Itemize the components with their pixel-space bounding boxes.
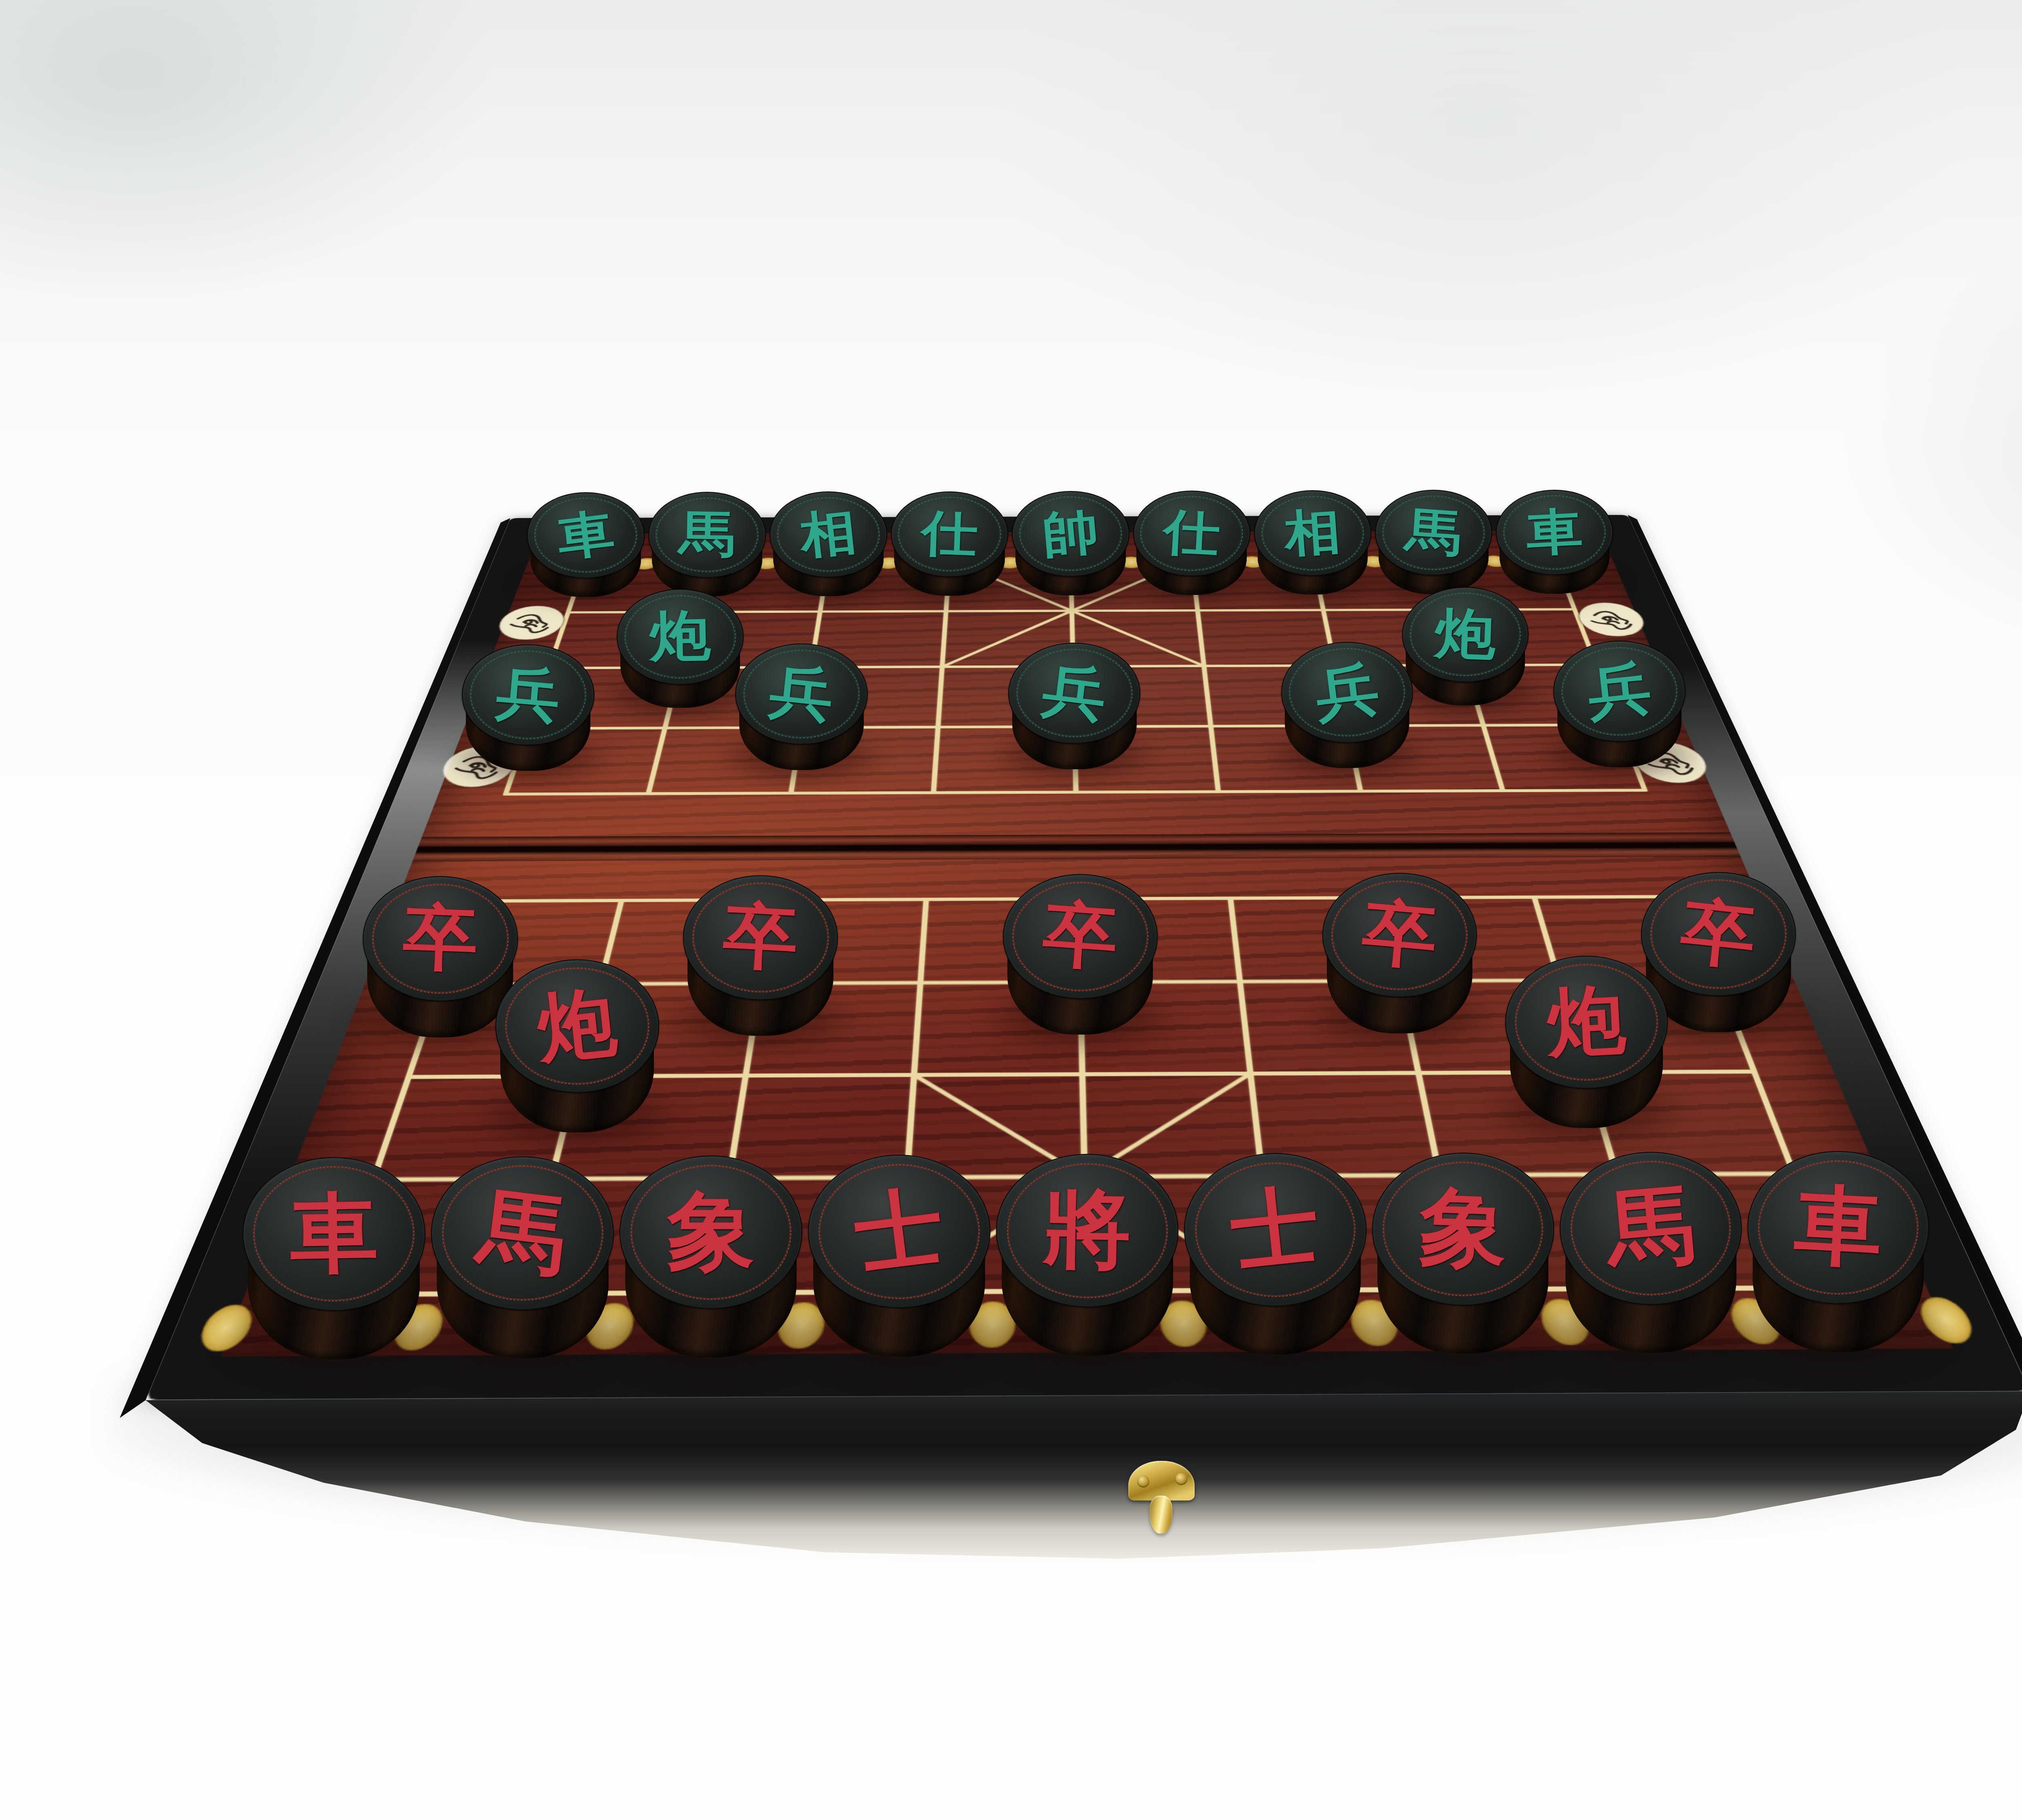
piece-green-soldier-f6[interactable]: 兵 bbox=[1281, 642, 1413, 768]
piece-top-face: 炮 bbox=[495, 959, 659, 1093]
piece-green-horse-f1[interactable]: 馬 bbox=[648, 492, 766, 597]
piece-red-elephant-f2[interactable]: 象 bbox=[620, 1155, 802, 1357]
piece-top-face: 炮 bbox=[1402, 587, 1529, 682]
piece-character: 象 bbox=[1370, 1152, 1556, 1306]
piece-top-face: 兵 bbox=[1553, 641, 1685, 742]
piece-character: 馬 bbox=[423, 1148, 622, 1318]
piece-character: 士 bbox=[800, 1147, 998, 1316]
piece-red-advisor-f3[interactable]: 士 bbox=[808, 1155, 990, 1357]
piece-character: 相 bbox=[1252, 493, 1373, 574]
piece-green-cannon-f7[interactable]: 炮 bbox=[1402, 587, 1529, 705]
piece-red-horse-f1[interactable]: 馬 bbox=[431, 1156, 614, 1359]
piece-red-cannon-f7[interactable]: 炮 bbox=[1505, 956, 1668, 1128]
piece-character: 炮 bbox=[1503, 955, 1670, 1089]
piece-top-face: 仕 bbox=[1133, 491, 1250, 576]
piece-green-advisor-f3[interactable]: 仕 bbox=[891, 491, 1009, 596]
piece-character: 卒 bbox=[1318, 870, 1481, 1000]
piece-green-cannon-f1[interactable]: 炮 bbox=[617, 589, 744, 708]
piece-top-face: 相 bbox=[770, 491, 887, 577]
piece-top-face: 將 bbox=[996, 1154, 1178, 1307]
piece-top-face: 馬 bbox=[648, 492, 766, 578]
piece-character: 兵 bbox=[732, 642, 871, 746]
piece-top-face: 卒 bbox=[1322, 873, 1477, 997]
piece-character: 將 bbox=[996, 1155, 1179, 1306]
piece-red-horse-f7[interactable]: 馬 bbox=[1560, 1152, 1742, 1353]
piece-character: 相 bbox=[767, 492, 890, 577]
piece-character: 馬 bbox=[1555, 1147, 1747, 1310]
piece-character: 車 bbox=[242, 1158, 426, 1310]
piece-top-face: 象 bbox=[1372, 1153, 1554, 1306]
piece-top-face: 車 bbox=[1747, 1151, 1929, 1304]
piece-red-advisor-f5[interactable]: 士 bbox=[1184, 1153, 1366, 1354]
piece-character: 炮 bbox=[617, 594, 744, 680]
piece-character: 仕 bbox=[890, 495, 1009, 573]
piece-top-face: 車 bbox=[527, 492, 645, 578]
clasp-knob bbox=[1150, 1496, 1172, 1534]
piece-character: 仕 bbox=[1132, 494, 1251, 573]
piece-green-soldier-f0[interactable]: 兵 bbox=[462, 644, 594, 771]
piece-top-face: 兵 bbox=[1008, 643, 1140, 744]
piece-character: 兵 bbox=[1004, 640, 1145, 746]
piece-top-face: 兵 bbox=[462, 644, 594, 746]
piece-character: 炮 bbox=[1401, 590, 1529, 678]
piece-red-cannon-f1[interactable]: 炮 bbox=[495, 959, 659, 1132]
piece-top-face: 仕 bbox=[891, 491, 1009, 577]
piece-top-face: 車 bbox=[243, 1157, 425, 1311]
piece-green-soldier-f8[interactable]: 兵 bbox=[1553, 641, 1685, 767]
piece-red-general-f4[interactable]: 將 bbox=[996, 1154, 1178, 1355]
piece-character: 卒 bbox=[1000, 873, 1161, 1000]
piece-red-chariot-f0[interactable]: 車 bbox=[243, 1157, 425, 1359]
piece-top-face: 象 bbox=[620, 1155, 802, 1309]
piece-green-chariot-f0[interactable]: 車 bbox=[527, 492, 645, 597]
piece-character: 車 bbox=[1745, 1149, 1932, 1306]
piece-green-chariot-f8[interactable]: 車 bbox=[1496, 490, 1613, 594]
floral-medallion-icon bbox=[493, 606, 569, 640]
piece-green-elephant-f6[interactable]: 相 bbox=[1254, 490, 1371, 595]
piece-red-soldier-f6[interactable]: 卒 bbox=[1322, 873, 1477, 1033]
piece-green-advisor-f5[interactable]: 仕 bbox=[1133, 491, 1250, 595]
piece-character: 車 bbox=[1495, 493, 1614, 572]
piece-red-elephant-f6[interactable]: 象 bbox=[1372, 1153, 1554, 1354]
piece-top-face: 兵 bbox=[735, 643, 868, 745]
piece-character: 帥 bbox=[1010, 492, 1132, 575]
piece-top-face: 帥 bbox=[1012, 491, 1129, 577]
piece-top-face: 卒 bbox=[1003, 874, 1158, 999]
piece-green-elephant-f2[interactable]: 相 bbox=[770, 491, 887, 596]
piece-character: 炮 bbox=[490, 954, 664, 1097]
piece-character: 兵 bbox=[459, 644, 597, 746]
piece-character: 士 bbox=[1178, 1147, 1373, 1313]
piece-character: 車 bbox=[524, 492, 648, 579]
piece-top-face: 士 bbox=[808, 1155, 990, 1308]
piece-top-face: 炮 bbox=[617, 589, 744, 685]
piece-top-face: 兵 bbox=[1281, 642, 1413, 743]
piece-green-general-f4[interactable]: 帥 bbox=[1012, 491, 1129, 595]
piece-character: 馬 bbox=[1373, 492, 1494, 573]
clasp-screw-icon bbox=[1175, 1473, 1187, 1485]
piece-top-face: 卒 bbox=[683, 875, 838, 1000]
piece-top-face: 士 bbox=[1184, 1153, 1366, 1306]
piece-character: 兵 bbox=[1550, 639, 1689, 743]
piece-character: 兵 bbox=[1277, 639, 1417, 745]
clasp-screw-icon bbox=[1137, 1475, 1149, 1488]
piece-red-soldier-f4[interactable]: 卒 bbox=[1003, 874, 1158, 1035]
piece-top-face: 車 bbox=[1496, 490, 1613, 576]
piece-character: 馬 bbox=[649, 497, 766, 572]
piece-red-chariot-f8[interactable]: 車 bbox=[1747, 1151, 1929, 1352]
piece-top-face: 馬 bbox=[431, 1156, 614, 1310]
piece-top-face: 相 bbox=[1254, 490, 1371, 576]
scene: 車馬相仕帥仕相馬車炮炮兵兵兵兵兵卒卒卒卒卒炮炮車馬象士將士象馬車 bbox=[0, 0, 2022, 1820]
piece-character: 象 bbox=[620, 1158, 802, 1307]
piece-red-soldier-f2[interactable]: 卒 bbox=[683, 875, 838, 1036]
piece-green-horse-f7[interactable]: 馬 bbox=[1375, 490, 1492, 594]
piece-top-face: 馬 bbox=[1375, 490, 1492, 576]
piece-green-soldier-f4[interactable]: 兵 bbox=[1008, 643, 1140, 769]
piece-green-soldier-f2[interactable]: 兵 bbox=[735, 643, 868, 770]
piece-top-face: 炮 bbox=[1505, 956, 1668, 1089]
piece-top-face: 馬 bbox=[1560, 1152, 1742, 1305]
piece-character: 卒 bbox=[681, 875, 840, 1000]
